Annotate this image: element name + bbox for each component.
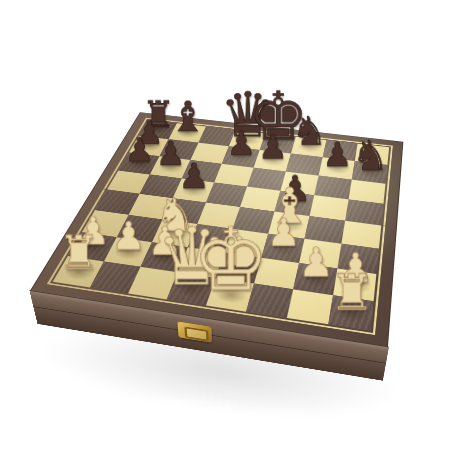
square-d5[interactable] (206, 183, 247, 207)
light-pawn-g2[interactable]: ♟ (298, 242, 334, 282)
dark-bishop-b8[interactable]: ♝ (169, 95, 207, 137)
dark-knight-h7[interactable]: ♞ (351, 135, 388, 176)
square-h1[interactable]: ♜ (328, 295, 373, 331)
light-pawn-b2[interactable]: ♟ (111, 217, 146, 256)
dark-pawn-g7[interactable]: ♟ (322, 138, 352, 172)
light-king-e1[interactable]: ♚ (192, 217, 269, 303)
light-rook-h1[interactable]: ♜ (329, 268, 373, 318)
square-g5[interactable] (310, 195, 349, 221)
dark-pawn-d7[interactable]: ♟ (226, 127, 256, 160)
chess-set-photo: ♜♝♛♚♞♟♟♟♟♞♟♟♟♟♝♞♟♟♟♟♟♟♟♜♛♚♜ (0, 0, 450, 450)
brass-clasp-loop (185, 327, 209, 342)
square-g6[interactable] (314, 176, 352, 200)
light-pawn-f3[interactable]: ♟ (266, 213, 301, 252)
folding-chess-box: ♜♝♛♚♞♟♟♟♟♞♟♟♟♟♝♞♟♟♟♟♟♟♟♜♛♚♜ (31, 113, 402, 347)
light-rook-a1[interactable]: ♜ (58, 230, 100, 277)
dark-pawn-a6[interactable]: ♟ (124, 133, 154, 166)
dark-pawn-e7[interactable]: ♟ (258, 131, 288, 164)
brass-clasp[interactable] (178, 322, 213, 343)
square-g1[interactable] (287, 289, 333, 324)
square-e1[interactable]: ♚ (206, 278, 254, 312)
